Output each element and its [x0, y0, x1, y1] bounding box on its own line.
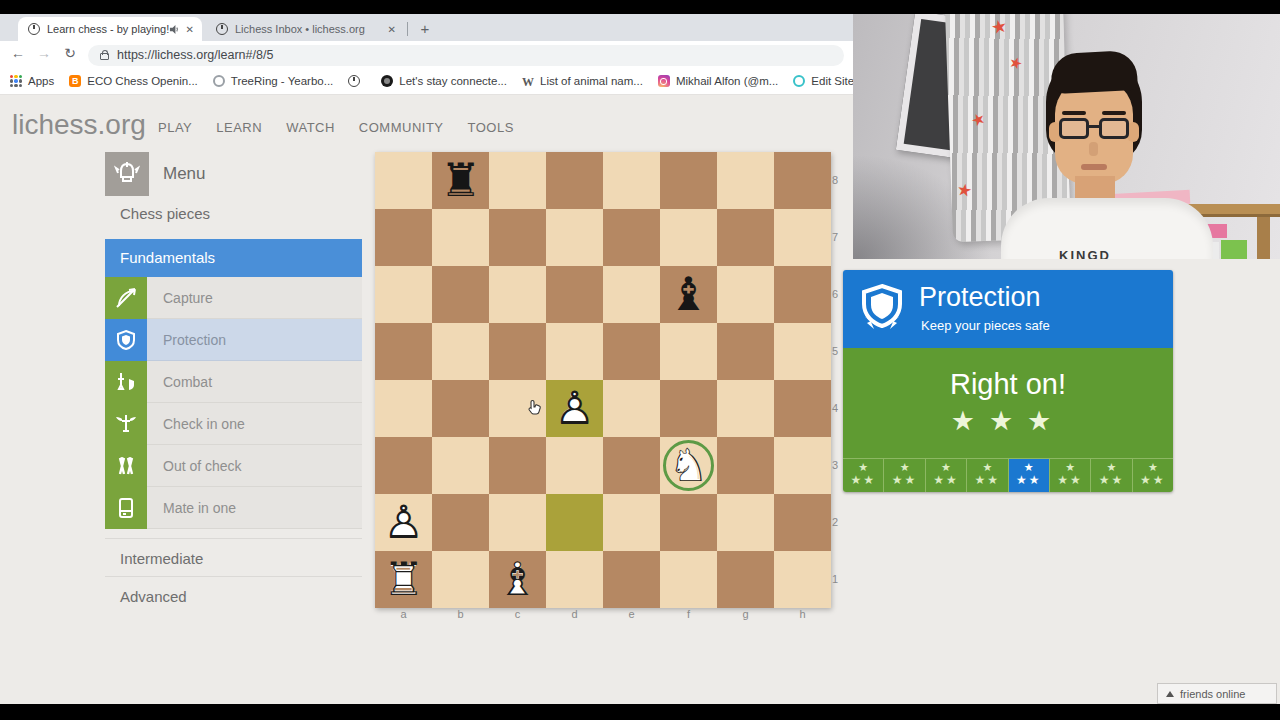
- file-label: b: [432, 608, 489, 620]
- square-h5[interactable]: [774, 323, 831, 380]
- letterbox-bottom: [0, 704, 1280, 720]
- lesson-panel-header: Protection Keep your pieces safe: [843, 270, 1173, 348]
- blogger-icon: B: [69, 75, 81, 87]
- sidebar-item-advanced[interactable]: Advanced: [105, 576, 362, 614]
- square-c3[interactable]: [489, 437, 546, 494]
- person-eyebrow: [1102, 111, 1126, 115]
- square-f5[interactable]: [660, 323, 717, 380]
- shirt-text: KINGD: [1059, 248, 1111, 259]
- new-tab-button[interactable]: +: [413, 17, 437, 41]
- square-b8[interactable]: ♜: [432, 152, 489, 209]
- top-nav: PLAY LEARN WATCH COMMUNITY TOOLS: [158, 120, 514, 135]
- sidebar-item-out-of-check[interactable]: Out of check: [105, 445, 362, 487]
- square-b1[interactable]: [432, 551, 489, 608]
- square-a5[interactable]: [375, 323, 432, 380]
- file-label: f: [660, 608, 717, 620]
- tab-separator: [407, 22, 408, 36]
- glasses-bridge: [1089, 125, 1099, 128]
- lesson-result: Right on! ★★★: [843, 348, 1173, 458]
- white-r-piece: ♖: [375, 551, 432, 608]
- green-item: [1221, 240, 1247, 259]
- square-h7[interactable]: [774, 209, 831, 266]
- lichess-favicon-icon: [216, 23, 228, 35]
- menu-title: Menu: [163, 164, 206, 184]
- treering-icon: [213, 75, 225, 87]
- rank-label: 1: [832, 551, 846, 608]
- file-label: c: [489, 608, 546, 620]
- square-e7[interactable]: [603, 209, 660, 266]
- square-e4[interactable]: [603, 380, 660, 437]
- sword-shield-icon: [105, 361, 147, 403]
- wikipedia-icon: W: [522, 75, 534, 87]
- tab-audio-icon[interactable]: [169, 24, 180, 35]
- square-g5[interactable]: [717, 323, 774, 380]
- nav-community[interactable]: COMMUNITY: [359, 120, 444, 135]
- person-hair-bangs: [1050, 50, 1138, 94]
- square-e2[interactable]: [603, 494, 660, 551]
- webcam-overlay: ★ ★ ★ ★ KINGD: [853, 14, 1280, 259]
- progress-cell-3[interactable]: ★★★: [926, 459, 967, 492]
- sidebar-item-check-in-one[interactable]: Check in one: [105, 403, 362, 445]
- square-h6[interactable]: [774, 266, 831, 323]
- square-g8[interactable]: [717, 152, 774, 209]
- square-e1[interactable]: [603, 551, 660, 608]
- sidebar-item-chess-pieces[interactable]: Chess pieces: [105, 205, 362, 222]
- lesson-panel: Protection Keep your pieces safe Right o…: [843, 270, 1173, 492]
- square-a8[interactable]: [375, 152, 432, 209]
- person-mouth: [1081, 164, 1107, 170]
- square-f6[interactable]: ♝: [660, 266, 717, 323]
- lock-icon: [100, 53, 109, 60]
- square-b4[interactable]: [432, 380, 489, 437]
- learn-menu-header: Menu: [105, 152, 206, 196]
- file-label: e: [603, 608, 660, 620]
- square-a7[interactable]: [375, 209, 432, 266]
- shelf-post: [1257, 217, 1270, 259]
- square-e8[interactable]: [603, 152, 660, 209]
- square-h4[interactable]: [774, 380, 831, 437]
- screen: Learn chess - by playing! • ✕ Lichess In…: [0, 0, 1280, 720]
- bookmark-instagram[interactable]: Mikhail Alfon (@m...: [658, 75, 778, 87]
- square-a1[interactable]: ♜♖: [375, 551, 432, 608]
- square-g4[interactable]: [717, 380, 774, 437]
- white-p-piece: ♙: [375, 494, 432, 551]
- square-d3[interactable]: [546, 437, 603, 494]
- square-g3[interactable]: [717, 437, 774, 494]
- chevron-up-icon: [1166, 691, 1174, 697]
- helmet-icon: [105, 152, 149, 196]
- shield-icon: [105, 319, 147, 361]
- lesson-subtitle: Keep your pieces safe: [921, 318, 1050, 333]
- result-stars: ★★★: [843, 405, 1173, 436]
- reload-icon[interactable]: ↻: [60, 45, 80, 61]
- black-b-piece: ♝: [660, 266, 717, 323]
- letterbox-top: [0, 0, 1280, 14]
- square-d1[interactable]: [546, 551, 603, 608]
- friends-online-bar[interactable]: friends online: [1157, 683, 1277, 704]
- winged-sword-icon: [105, 403, 147, 445]
- glasses-lens: [1099, 118, 1129, 139]
- square-f3[interactable]: ♞♘: [660, 437, 717, 494]
- square-d8[interactable]: [546, 152, 603, 209]
- progress-cell-2[interactable]: ★★★: [884, 459, 925, 492]
- rank-label: 7: [832, 209, 846, 266]
- dark-circle-icon: [381, 75, 393, 87]
- bow-arrow-icon: [105, 277, 147, 319]
- white-n-piece: ♘: [660, 437, 717, 494]
- file-label: a: [375, 608, 432, 620]
- address-bar[interactable]: https://lichess.org/learn#/8/5: [88, 45, 844, 66]
- progress-cell-8[interactable]: ★★★: [1133, 459, 1173, 492]
- chess-board[interactable]: ♜♝♟♙♞♘♟♙♜♖♝♗: [375, 152, 831, 608]
- square-b7[interactable]: [432, 209, 489, 266]
- url-text: https://lichess.org/learn#/8/5: [117, 48, 273, 62]
- square-e6[interactable]: [603, 266, 660, 323]
- rank-label: 2: [832, 494, 846, 551]
- square-e5[interactable]: [603, 323, 660, 380]
- sidebar-item-capture[interactable]: Capture: [105, 277, 362, 319]
- square-a3[interactable]: [375, 437, 432, 494]
- nav-learn[interactable]: LEARN: [216, 120, 262, 135]
- square-d2[interactable]: [546, 494, 603, 551]
- bookmark-eco-chess[interactable]: B ECO Chess Openin...: [69, 75, 198, 87]
- square-b2[interactable]: [432, 494, 489, 551]
- black-r-piece: ♜: [432, 152, 489, 209]
- file-label: g: [717, 608, 774, 620]
- person-eyebrow: [1062, 111, 1086, 115]
- lesson-title: Protection: [919, 282, 1041, 313]
- nav-watch[interactable]: WATCH: [286, 120, 335, 135]
- square-b3[interactable]: [432, 437, 489, 494]
- bookmark-apps[interactable]: Apps: [10, 75, 54, 87]
- square-g1[interactable]: [717, 551, 774, 608]
- sidebar-section-fundamentals[interactable]: Fundamentals: [105, 239, 362, 277]
- file-labels: abcdefgh: [375, 608, 831, 620]
- protection-shield-icon: [857, 283, 907, 335]
- sidebar-item-combat[interactable]: Combat: [105, 361, 362, 403]
- tab-learn-chess[interactable]: Learn chess - by playing! • ✕: [18, 17, 202, 41]
- result-text: Right on!: [843, 348, 1173, 401]
- apps-grid-icon: [10, 75, 22, 87]
- progress-cell-4[interactable]: ★★★: [967, 459, 1008, 492]
- square-c6[interactable]: [489, 266, 546, 323]
- tab-title: Lichess Inbox • lichess.org: [235, 23, 382, 35]
- rank-label: 8: [832, 152, 846, 209]
- square-h3[interactable]: [774, 437, 831, 494]
- square-c5[interactable]: [489, 323, 546, 380]
- square-h1[interactable]: [774, 551, 831, 608]
- square-c7[interactable]: [489, 209, 546, 266]
- tab-lichess-inbox[interactable]: Lichess Inbox • lichess.org ✕: [206, 17, 404, 41]
- square-b5[interactable]: [432, 323, 489, 380]
- file-label: h: [774, 608, 831, 620]
- hand-cursor-icon: [526, 399, 542, 417]
- lichess-favicon-icon: [28, 23, 40, 35]
- square-a2[interactable]: ♟♙: [375, 494, 432, 551]
- square-c2[interactable]: [489, 494, 546, 551]
- progress-cell-6[interactable]: ★★★: [1050, 459, 1091, 492]
- clock-favicon-icon: [348, 75, 360, 87]
- tab-close-icon[interactable]: ✕: [388, 24, 396, 35]
- glasses-lens: [1059, 118, 1089, 139]
- bookmark-lichess[interactable]: [348, 75, 366, 87]
- sidebar-item-protection[interactable]: Protection: [105, 319, 362, 361]
- square-c8[interactable]: [489, 152, 546, 209]
- square-a4[interactable]: [375, 380, 432, 437]
- friends-online-label: friends online: [1180, 688, 1245, 700]
- bookmark-treering[interactable]: TreeRing - Yearbo...: [213, 75, 334, 87]
- teal-ring-icon: [793, 75, 805, 87]
- tab-title: Learn chess - by playing! •: [47, 23, 169, 35]
- sidebar-item-intermediate[interactable]: Intermediate: [105, 538, 362, 576]
- progress-cell-1[interactable]: ★★★: [843, 459, 884, 492]
- person-shirt: KINGD: [1001, 198, 1213, 259]
- square-f8[interactable]: [660, 152, 717, 209]
- square-e3[interactable]: [603, 437, 660, 494]
- scaffold-icon: [105, 487, 147, 529]
- bookmark-lets-stay-connected[interactable]: Let's stay connecte...: [381, 75, 507, 87]
- square-g6[interactable]: [717, 266, 774, 323]
- square-h8[interactable]: [774, 152, 831, 209]
- square-g2[interactable]: [717, 494, 774, 551]
- square-f7[interactable]: [660, 209, 717, 266]
- square-d5[interactable]: [546, 323, 603, 380]
- back-icon[interactable]: ←: [8, 45, 28, 61]
- bookmark-wikipedia[interactable]: W List of animal nam...: [522, 75, 643, 87]
- white-p-piece: ♙: [546, 380, 603, 437]
- square-d6[interactable]: [546, 266, 603, 323]
- square-c1[interactable]: ♝♗: [489, 551, 546, 608]
- square-b6[interactable]: [432, 266, 489, 323]
- white-b-piece: ♗: [489, 551, 546, 608]
- square-f4[interactable]: [660, 380, 717, 437]
- progress-cell-7[interactable]: ★★★: [1091, 459, 1132, 492]
- instagram-icon: [658, 75, 670, 87]
- square-d4[interactable]: ♟♙: [546, 380, 603, 437]
- nav-tools[interactable]: TOOLS: [468, 120, 514, 135]
- lichess-logo[interactable]: lichess.org: [12, 109, 146, 141]
- nav-play[interactable]: PLAY: [158, 120, 192, 135]
- forward-icon[interactable]: →: [34, 45, 54, 61]
- file-label: d: [546, 608, 603, 620]
- tab-close-icon[interactable]: ✕: [186, 24, 194, 35]
- person-nose: [1089, 142, 1098, 156]
- square-d7[interactable]: [546, 209, 603, 266]
- crossed-pieces-icon: [105, 445, 147, 487]
- square-f1[interactable]: [660, 551, 717, 608]
- square-h2[interactable]: [774, 494, 831, 551]
- lesson-progress-row: ★★★★★★★★★★★★★★★★★★★★★★★★: [843, 458, 1173, 492]
- square-a6[interactable]: [375, 266, 432, 323]
- sidebar-item-mate-in-one[interactable]: Mate in one: [105, 487, 362, 529]
- square-g7[interactable]: [717, 209, 774, 266]
- square-f2[interactable]: [660, 494, 717, 551]
- progress-cell-5[interactable]: ★★★: [1009, 459, 1050, 492]
